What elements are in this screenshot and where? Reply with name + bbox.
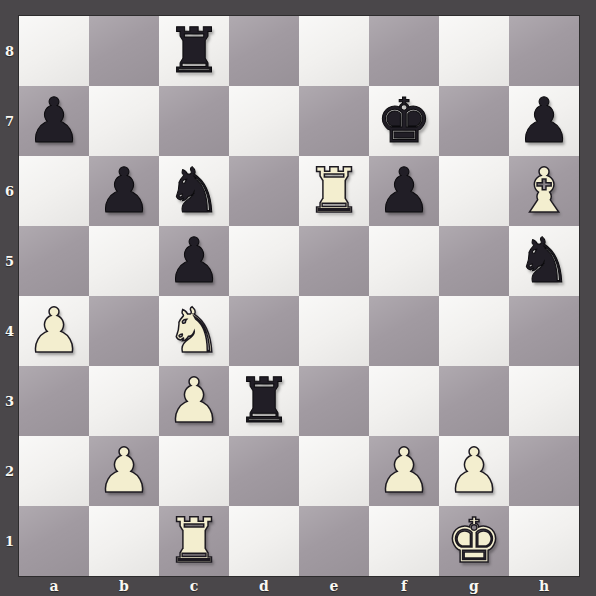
piece-black-pawn[interactable]: ♟ bbox=[26, 90, 82, 152]
square-a6[interactable] bbox=[19, 156, 89, 226]
piece-white-knight[interactable]: ♞ bbox=[166, 300, 222, 362]
square-g1[interactable]: ♚ bbox=[439, 506, 509, 576]
piece-white-rook[interactable]: ♜ bbox=[166, 510, 222, 572]
piece-white-pawn[interactable]: ♟ bbox=[376, 440, 432, 502]
square-f3[interactable] bbox=[369, 366, 439, 436]
square-f8[interactable] bbox=[369, 16, 439, 86]
square-e8[interactable] bbox=[299, 16, 369, 86]
rank-label-6: 6 bbox=[0, 156, 19, 226]
square-e7[interactable] bbox=[299, 86, 369, 156]
square-b7[interactable] bbox=[89, 86, 159, 156]
piece-white-pawn[interactable]: ♟ bbox=[26, 300, 82, 362]
piece-black-pawn[interactable]: ♟ bbox=[516, 90, 572, 152]
piece-black-king[interactable]: ♚ bbox=[376, 90, 432, 152]
rank-label-4: 4 bbox=[0, 296, 19, 366]
square-a2[interactable] bbox=[19, 436, 89, 506]
file-label-e: e bbox=[299, 576, 369, 596]
square-b2[interactable]: ♟ bbox=[89, 436, 159, 506]
square-e6[interactable]: ♜ bbox=[299, 156, 369, 226]
rank-label-5: 5 bbox=[0, 226, 19, 296]
square-d7[interactable] bbox=[229, 86, 299, 156]
square-f7[interactable]: ♚ bbox=[369, 86, 439, 156]
square-h8[interactable] bbox=[509, 16, 579, 86]
file-label-b: b bbox=[89, 576, 159, 596]
piece-black-pawn[interactable]: ♟ bbox=[166, 230, 222, 292]
file-label-c: c bbox=[159, 576, 229, 596]
square-h7[interactable]: ♟ bbox=[509, 86, 579, 156]
square-a4[interactable]: ♟ bbox=[19, 296, 89, 366]
rank-label-1: 1 bbox=[0, 506, 19, 576]
rank-label-8: 8 bbox=[0, 16, 19, 86]
square-h1[interactable] bbox=[509, 506, 579, 576]
square-h2[interactable] bbox=[509, 436, 579, 506]
square-f2[interactable]: ♟ bbox=[369, 436, 439, 506]
square-f6[interactable]: ♟ bbox=[369, 156, 439, 226]
square-h3[interactable] bbox=[509, 366, 579, 436]
rank-label-2: 2 bbox=[0, 436, 19, 506]
square-f4[interactable] bbox=[369, 296, 439, 366]
square-d3[interactable]: ♜ bbox=[229, 366, 299, 436]
square-d5[interactable] bbox=[229, 226, 299, 296]
square-c5[interactable]: ♟ bbox=[159, 226, 229, 296]
chessboard: ♜♟♚♟♟♞♜♟♝♟♞♟♞♟♜♟♟♟♜♚ bbox=[19, 16, 579, 576]
piece-white-rook[interactable]: ♜ bbox=[306, 160, 362, 222]
square-d4[interactable] bbox=[229, 296, 299, 366]
square-e5[interactable] bbox=[299, 226, 369, 296]
square-c3[interactable]: ♟ bbox=[159, 366, 229, 436]
square-c4[interactable]: ♞ bbox=[159, 296, 229, 366]
square-c1[interactable]: ♜ bbox=[159, 506, 229, 576]
square-c2[interactable] bbox=[159, 436, 229, 506]
piece-white-pawn[interactable]: ♟ bbox=[446, 440, 502, 502]
square-h4[interactable] bbox=[509, 296, 579, 366]
square-a5[interactable] bbox=[19, 226, 89, 296]
square-d8[interactable] bbox=[229, 16, 299, 86]
square-g7[interactable] bbox=[439, 86, 509, 156]
square-b4[interactable] bbox=[89, 296, 159, 366]
square-e1[interactable] bbox=[299, 506, 369, 576]
square-g4[interactable] bbox=[439, 296, 509, 366]
square-e2[interactable] bbox=[299, 436, 369, 506]
square-g6[interactable] bbox=[439, 156, 509, 226]
square-f1[interactable] bbox=[369, 506, 439, 576]
file-label-g: g bbox=[439, 576, 509, 596]
rank-label-7: 7 bbox=[0, 86, 19, 156]
square-b1[interactable] bbox=[89, 506, 159, 576]
piece-white-bishop[interactable]: ♝ bbox=[516, 160, 572, 222]
square-a7[interactable]: ♟ bbox=[19, 86, 89, 156]
piece-white-pawn[interactable]: ♟ bbox=[166, 370, 222, 432]
piece-black-pawn[interactable]: ♟ bbox=[96, 160, 152, 222]
square-b8[interactable] bbox=[89, 16, 159, 86]
piece-black-rook[interactable]: ♜ bbox=[166, 20, 222, 82]
square-d6[interactable] bbox=[229, 156, 299, 226]
square-e3[interactable] bbox=[299, 366, 369, 436]
square-b5[interactable] bbox=[89, 226, 159, 296]
square-a1[interactable] bbox=[19, 506, 89, 576]
square-d1[interactable] bbox=[229, 506, 299, 576]
piece-black-rook[interactable]: ♜ bbox=[236, 370, 292, 432]
square-h6[interactable]: ♝ bbox=[509, 156, 579, 226]
square-b6[interactable]: ♟ bbox=[89, 156, 159, 226]
chessboard-frame: ♜♟♚♟♟♞♜♟♝♟♞♟♞♟♜♟♟♟♜♚ 87654321abcdefgh bbox=[0, 0, 596, 596]
rank-label-3: 3 bbox=[0, 366, 19, 436]
square-a8[interactable] bbox=[19, 16, 89, 86]
file-label-f: f bbox=[369, 576, 439, 596]
square-g2[interactable]: ♟ bbox=[439, 436, 509, 506]
square-a3[interactable] bbox=[19, 366, 89, 436]
square-c8[interactable]: ♜ bbox=[159, 16, 229, 86]
file-label-a: a bbox=[19, 576, 89, 596]
square-f5[interactable] bbox=[369, 226, 439, 296]
piece-white-pawn[interactable]: ♟ bbox=[96, 440, 152, 502]
square-d2[interactable] bbox=[229, 436, 299, 506]
square-c6[interactable]: ♞ bbox=[159, 156, 229, 226]
square-g5[interactable] bbox=[439, 226, 509, 296]
square-h5[interactable]: ♞ bbox=[509, 226, 579, 296]
file-label-d: d bbox=[229, 576, 299, 596]
square-b3[interactable] bbox=[89, 366, 159, 436]
square-g3[interactable] bbox=[439, 366, 509, 436]
piece-white-king[interactable]: ♚ bbox=[446, 510, 502, 572]
piece-black-pawn[interactable]: ♟ bbox=[376, 160, 432, 222]
piece-black-knight[interactable]: ♞ bbox=[166, 160, 222, 222]
square-c7[interactable] bbox=[159, 86, 229, 156]
piece-black-knight[interactable]: ♞ bbox=[516, 230, 572, 292]
square-g8[interactable] bbox=[439, 16, 509, 86]
file-label-h: h bbox=[509, 576, 579, 596]
square-e4[interactable] bbox=[299, 296, 369, 366]
